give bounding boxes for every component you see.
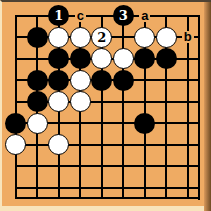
board-point-c4r9[interactable] [70, 177, 92, 199]
board-point-c5r6[interactable] [91, 113, 113, 135]
black-stone [48, 70, 69, 91]
board-point-c4r4[interactable] [70, 70, 92, 92]
white-stone [91, 48, 112, 69]
board-point-c2r1[interactable] [27, 5, 49, 27]
board-point-c3r2[interactable] [48, 27, 70, 49]
board-point-c4r7[interactable] [70, 134, 92, 156]
white-stone [5, 134, 26, 155]
board-point-c2r5[interactable] [27, 91, 49, 113]
cut-edge-line-right [198, 15, 200, 200]
black-stone [27, 27, 48, 48]
board-point-c8r4[interactable] [156, 70, 178, 92]
board-point-c8r6[interactable] [156, 113, 178, 135]
board-point-c8r5[interactable] [156, 91, 178, 113]
board-point-c2r9[interactable] [27, 177, 49, 199]
board-point-c9r8[interactable] [177, 156, 199, 178]
black-stone-move-3: 3 [113, 5, 134, 26]
board-point-c6r4[interactable] [113, 70, 135, 92]
white-stone-move-2: 2 [91, 27, 112, 48]
board-point-c2r8[interactable] [27, 156, 49, 178]
point-label-c: c [75, 10, 86, 22]
board-point-c4r2[interactable] [70, 27, 92, 49]
go-board: 1c3a2b [0, 0, 211, 211]
board-point-c7r4[interactable] [134, 70, 156, 92]
board-point-c9r1[interactable] [177, 5, 199, 27]
board-point-c5r9[interactable] [91, 177, 113, 199]
board-point-c3r1[interactable]: 1 [48, 5, 70, 27]
board-point-c2r3[interactable] [27, 48, 49, 70]
board-point-c1r5[interactable] [5, 91, 27, 113]
board-point-c9r9[interactable] [177, 177, 199, 199]
board-point-c1r1[interactable] [5, 5, 27, 27]
board-point-c4r1[interactable]: c [70, 5, 92, 27]
board-point-c1r7[interactable] [5, 134, 27, 156]
board-grid: 1c3a2b [5, 5, 199, 199]
black-stone [113, 70, 134, 91]
board-point-c6r8[interactable] [113, 156, 135, 178]
board-point-c1r2[interactable] [5, 27, 27, 49]
board-point-c4r6[interactable] [70, 113, 92, 135]
board-point-c1r3[interactable] [5, 48, 27, 70]
board-point-c3r8[interactable] [48, 156, 70, 178]
board-point-c1r4[interactable] [5, 70, 27, 92]
board-point-c7r1[interactable]: a [134, 5, 156, 27]
board-point-c8r3[interactable] [156, 48, 178, 70]
board-point-c7r5[interactable] [134, 91, 156, 113]
white-stone [156, 27, 177, 48]
board-point-c9r5[interactable] [177, 91, 199, 113]
board-point-c6r6[interactable] [113, 113, 135, 135]
board-point-c1r8[interactable] [5, 156, 27, 178]
board-point-c8r2[interactable] [156, 27, 178, 49]
board-point-c2r2[interactable] [27, 27, 49, 49]
black-stone [27, 91, 48, 112]
board-point-c6r3[interactable] [113, 48, 135, 70]
white-stone [48, 91, 69, 112]
board-point-c5r1[interactable] [91, 5, 113, 27]
board-point-c6r5[interactable] [113, 91, 135, 113]
board-point-c9r6[interactable] [177, 113, 199, 135]
board-point-c5r5[interactable] [91, 91, 113, 113]
board-point-c8r7[interactable] [156, 134, 178, 156]
board-point-c2r4[interactable] [27, 70, 49, 92]
board-point-c8r8[interactable] [156, 156, 178, 178]
white-stone [48, 27, 69, 48]
board-point-c3r3[interactable] [48, 48, 70, 70]
board-point-c5r2[interactable]: 2 [91, 27, 113, 49]
board-point-c2r6[interactable] [27, 113, 49, 135]
board-point-c3r4[interactable] [48, 70, 70, 92]
board-point-c8r9[interactable] [156, 177, 178, 199]
board-point-c9r4[interactable] [177, 70, 199, 92]
board-border-bottom [2, 206, 211, 211]
board-point-c2r7[interactable] [27, 134, 49, 156]
board-point-c5r3[interactable] [91, 48, 113, 70]
white-stone [70, 70, 91, 91]
white-stone [134, 27, 155, 48]
black-stone [48, 48, 69, 69]
board-point-c7r7[interactable] [134, 134, 156, 156]
board-point-c3r5[interactable] [48, 91, 70, 113]
board-point-c6r7[interactable] [113, 134, 135, 156]
board-point-c5r8[interactable] [91, 156, 113, 178]
move-number: 2 [97, 30, 106, 45]
board-point-c6r1[interactable]: 3 [113, 5, 135, 27]
board-point-c4r3[interactable] [70, 48, 92, 70]
white-stone [70, 27, 91, 48]
board-point-c5r7[interactable] [91, 134, 113, 156]
board-point-c5r4[interactable] [91, 70, 113, 92]
point-label-a: a [139, 10, 150, 22]
black-stone [27, 70, 48, 91]
board-point-c4r5[interactable] [70, 91, 92, 113]
board-point-c9r3[interactable] [177, 48, 199, 70]
board-point-c3r9[interactable] [48, 177, 70, 199]
board-point-c1r9[interactable] [5, 177, 27, 199]
point-label-b: b [182, 31, 194, 43]
board-point-c6r2[interactable] [113, 27, 135, 49]
board-point-c7r8[interactable] [134, 156, 156, 178]
board-point-c6r9[interactable] [113, 177, 135, 199]
board-point-c7r2[interactable] [134, 27, 156, 49]
board-border-right [204, 2, 211, 211]
black-stone [134, 113, 155, 134]
board-point-c8r1[interactable] [156, 5, 178, 27]
board-point-c1r6[interactable] [5, 113, 27, 135]
board-point-c9r7[interactable] [177, 134, 199, 156]
white-stone [48, 134, 69, 155]
black-stone-move-1: 1 [48, 5, 69, 26]
black-stone [134, 48, 155, 69]
white-stone [113, 48, 134, 69]
move-number: 3 [119, 8, 128, 23]
cut-edge-line-bottom [15, 197, 200, 199]
board-point-c7r9[interactable] [134, 177, 156, 199]
black-stone [156, 48, 177, 69]
board-point-c9r2[interactable]: b [177, 27, 199, 49]
board-point-c7r3[interactable] [134, 48, 156, 70]
white-stone [70, 91, 91, 112]
black-stone [5, 113, 26, 134]
white-stone [27, 113, 48, 134]
black-stone [91, 70, 112, 91]
board-point-c3r7[interactable] [48, 134, 70, 156]
board-point-c4r8[interactable] [70, 156, 92, 178]
black-stone [70, 48, 91, 69]
board-point-c3r6[interactable] [48, 113, 70, 135]
move-number: 1 [54, 8, 63, 23]
board-point-c7r6[interactable] [134, 113, 156, 135]
